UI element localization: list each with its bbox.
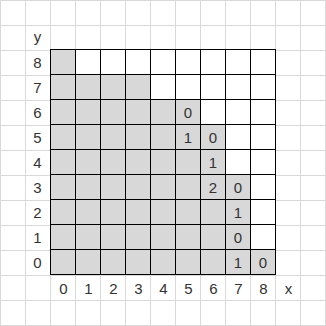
cell-x5-y5[interactable]: 1	[176, 125, 201, 150]
cell-x4-y0[interactable]	[151, 250, 176, 275]
cell-x7-y5[interactable]	[226, 125, 251, 150]
cell-x6-y3[interactable]: 2	[201, 175, 226, 200]
y-tick-8: 8	[25, 50, 50, 75]
cell-x2-y4[interactable]	[101, 150, 126, 175]
cell-x5-y4[interactable]	[176, 150, 201, 175]
grid-board: 0101201010	[50, 49, 276, 275]
cell-x7-y6[interactable]	[226, 100, 251, 125]
cell-x2-y2[interactable]	[101, 200, 126, 225]
x-tick-4: 4	[151, 276, 176, 301]
cell-x4-y3[interactable]	[151, 175, 176, 200]
x-tick-6: 6	[201, 276, 226, 301]
cell-x3-y3[interactable]	[126, 175, 151, 200]
cell-x7-y1[interactable]: 0	[226, 225, 251, 250]
x-tick-7: 7	[226, 276, 251, 301]
cell-x8-y0[interactable]: 0	[251, 250, 276, 275]
x-axis-ticks: 012345678	[51, 276, 276, 301]
cell-x4-y1[interactable]	[151, 225, 176, 250]
x-tick-2: 2	[101, 276, 126, 301]
cell-x1-y2[interactable]	[76, 200, 101, 225]
cell-x1-y3[interactable]	[76, 175, 101, 200]
cell-x3-y1[interactable]	[126, 225, 151, 250]
cell-x1-y0[interactable]	[76, 250, 101, 275]
cell-x7-y8[interactable]	[226, 50, 251, 75]
y-tick-3: 3	[25, 175, 50, 200]
cell-x6-y4[interactable]: 1	[201, 150, 226, 175]
cell-x6-y7[interactable]	[201, 75, 226, 100]
cell-x2-y0[interactable]	[101, 250, 126, 275]
cell-x5-y0[interactable]	[176, 250, 201, 275]
cell-x8-y2[interactable]	[251, 200, 276, 225]
cell-x4-y2[interactable]	[151, 200, 176, 225]
cell-x3-y7[interactable]	[126, 75, 151, 100]
cell-x7-y0[interactable]: 1	[226, 250, 251, 275]
y-tick-6: 6	[25, 100, 50, 125]
cell-x1-y8[interactable]	[76, 50, 101, 75]
cell-x4-y7[interactable]	[151, 75, 176, 100]
cell-x5-y1[interactable]	[176, 225, 201, 250]
y-tick-4: 4	[25, 150, 50, 175]
cell-x7-y7[interactable]	[226, 75, 251, 100]
y-axis-ticks: 876543210	[25, 50, 50, 275]
y-tick-7: 7	[25, 75, 50, 100]
cell-x3-y4[interactable]	[126, 150, 151, 175]
cell-x4-y8[interactable]	[151, 50, 176, 75]
x-axis-title: x	[276, 276, 301, 301]
x-tick-5: 5	[176, 276, 201, 301]
cell-x0-y7[interactable]	[51, 75, 76, 100]
y-tick-0: 0	[25, 250, 50, 275]
cell-x0-y4[interactable]	[51, 150, 76, 175]
cell-x6-y1[interactable]	[201, 225, 226, 250]
cell-x0-y1[interactable]	[51, 225, 76, 250]
cell-x8-y4[interactable]	[251, 150, 276, 175]
cell-x3-y6[interactable]	[126, 100, 151, 125]
cell-x8-y3[interactable]	[251, 175, 276, 200]
cell-x2-y3[interactable]	[101, 175, 126, 200]
cell-x5-y6[interactable]: 0	[176, 100, 201, 125]
cell-x6-y5[interactable]: 0	[201, 125, 226, 150]
cell-x4-y6[interactable]	[151, 100, 176, 125]
cell-x0-y5[interactable]	[51, 125, 76, 150]
cell-x2-y1[interactable]	[101, 225, 126, 250]
cell-x8-y5[interactable]	[251, 125, 276, 150]
x-tick-3: 3	[126, 276, 151, 301]
y-tick-2: 2	[25, 200, 50, 225]
cell-x4-y5[interactable]	[151, 125, 176, 150]
cell-x0-y8[interactable]	[51, 50, 76, 75]
cell-x7-y2[interactable]: 1	[226, 200, 251, 225]
cell-x2-y8[interactable]	[101, 50, 126, 75]
cell-x8-y1[interactable]	[251, 225, 276, 250]
cell-x7-y4[interactable]	[226, 150, 251, 175]
cell-x6-y0[interactable]	[201, 250, 226, 275]
cell-x3-y5[interactable]	[126, 125, 151, 150]
cell-x7-y3[interactable]: 0	[226, 175, 251, 200]
cell-x5-y3[interactable]	[176, 175, 201, 200]
cell-x2-y5[interactable]	[101, 125, 126, 150]
cell-x0-y0[interactable]	[51, 250, 76, 275]
y-tick-5: 5	[25, 125, 50, 150]
cell-x3-y0[interactable]	[126, 250, 151, 275]
cell-x1-y6[interactable]	[76, 100, 101, 125]
cell-x0-y2[interactable]	[51, 200, 76, 225]
cell-x4-y4[interactable]	[151, 150, 176, 175]
cell-x5-y2[interactable]	[176, 200, 201, 225]
cell-x1-y1[interactable]	[76, 225, 101, 250]
cell-x6-y6[interactable]	[201, 100, 226, 125]
y-axis-title: y	[25, 24, 50, 49]
cell-x3-y2[interactable]	[126, 200, 151, 225]
cell-x8-y6[interactable]	[251, 100, 276, 125]
cell-x1-y4[interactable]	[76, 150, 101, 175]
cell-x2-y7[interactable]	[101, 75, 126, 100]
x-tick-0: 0	[51, 276, 76, 301]
cell-x6-y8[interactable]	[201, 50, 226, 75]
y-tick-1: 1	[25, 225, 50, 250]
cell-x1-y5[interactable]	[76, 125, 101, 150]
cell-x5-y7[interactable]	[176, 75, 201, 100]
cell-x6-y2[interactable]	[201, 200, 226, 225]
cell-x2-y6[interactable]	[101, 100, 126, 125]
cell-x5-y8[interactable]	[176, 50, 201, 75]
cell-x8-y7[interactable]	[251, 75, 276, 100]
cell-x0-y3[interactable]	[51, 175, 76, 200]
cell-x1-y7[interactable]	[76, 75, 101, 100]
x-tick-8: 8	[251, 276, 276, 301]
cell-x8-y8[interactable]	[251, 50, 276, 75]
x-tick-1: 1	[76, 276, 101, 301]
cell-x0-y6[interactable]	[51, 100, 76, 125]
spreadsheet-background: y 0101201010 876543210 012345678 x	[0, 0, 326, 326]
cell-x3-y8[interactable]	[126, 50, 151, 75]
